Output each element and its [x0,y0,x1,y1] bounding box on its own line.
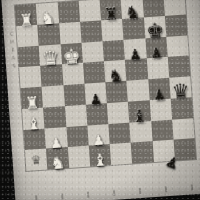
corner-emblem-icon: ♛ [25,149,48,171]
square-c4 [63,84,86,106]
square-f6 [124,38,147,60]
square-e5 [104,60,127,82]
square-h8 [163,0,186,16]
square-f8 [121,0,144,19]
square-h7 [165,14,188,36]
square-f3 [128,100,151,122]
square-c6 [60,42,83,64]
square-e2 [108,122,131,144]
square-f1 [131,141,154,163]
square-c5 [62,63,85,85]
square-g5 [146,57,169,79]
square-c3 [64,104,87,126]
square-d3 [86,103,109,125]
square-g4 [148,78,171,100]
square-b6 [39,44,62,66]
square-c8 [57,1,80,23]
square-h6 [166,35,189,57]
square-a4 [21,87,44,109]
square-h3 [170,97,193,119]
square-e4 [105,81,128,103]
square-b4 [42,85,65,107]
square-b7 [37,23,60,45]
square-g8 [142,0,165,17]
square-g3 [149,98,172,120]
square-e3 [107,101,130,123]
square-d6 [81,41,104,63]
square-e7 [101,19,124,41]
square-h2 [172,118,195,140]
square-f2 [129,121,152,143]
square-h4 [169,76,192,98]
frame-markings [35,184,195,200]
square-e6 [102,39,125,61]
chess-board: CHESS ♜♞♜♞♚♛♚♟♟♞♜♟♟♛♝♝♟♟♞♝♛ ♟ [1,0,200,200]
square-d4 [84,82,107,104]
square-b1 [46,147,69,169]
square-a8 [15,4,38,26]
square-a3 [22,107,45,129]
square-d1 [89,144,112,166]
square-a2 [23,128,46,150]
square-f7 [122,17,145,39]
square-e8 [100,0,123,20]
square-d2 [87,124,110,146]
square-a6 [18,45,41,67]
square-b3 [43,106,66,128]
chessboard-photo: CHESS ♜♞♜♞♚♛♚♟♟♞♜♟♟♛♝♝♟♟♞♝♛ ♟ [0,0,200,200]
square-h5 [168,56,191,78]
square-b8 [36,2,59,24]
square-b2 [45,127,68,149]
square-e1 [110,143,133,165]
square-c1 [67,146,90,168]
square-f5 [125,59,148,81]
square-a5 [19,66,42,88]
square-c7 [59,22,82,44]
board-frame: CHESS ♜♞♜♞♚♛♚♟♟♞♜♟♟♛♝♝♟♟♞♝♛ ♟ [1,0,200,200]
square-g7 [143,16,166,38]
square-d7 [80,20,103,42]
playing-area: ♜♞♜♞♚♛♚♟♟♞♜♟♟♛♝♝♟♟♞♝♛ [15,0,196,171]
square-d5 [83,62,106,84]
square-g6 [145,36,168,58]
square-a7 [16,25,39,47]
square-g2 [151,119,174,141]
square-b5 [40,64,63,86]
square-c2 [66,125,89,147]
square-f4 [127,79,150,101]
square-d8 [78,0,101,22]
